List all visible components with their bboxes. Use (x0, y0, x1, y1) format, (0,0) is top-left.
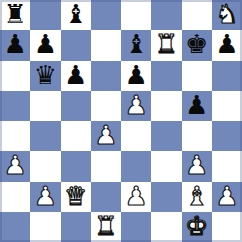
square-e6[interactable]: ♟ (121, 61, 151, 91)
square-e3[interactable] (121, 151, 151, 181)
square-a5[interactable] (0, 91, 30, 121)
square-c7[interactable] (61, 30, 91, 60)
piece-white-rook[interactable]: ♜ (94, 213, 117, 239)
square-g2[interactable]: ♝ (182, 182, 212, 212)
square-c2[interactable]: ♛ (61, 182, 91, 212)
piece-white-bishop[interactable]: ♝ (185, 183, 208, 209)
square-g5[interactable]: ♟ (182, 91, 212, 121)
square-g1[interactable]: ♚ (182, 212, 212, 242)
square-f2[interactable] (151, 182, 181, 212)
square-e8[interactable] (121, 0, 151, 30)
square-d6[interactable] (91, 61, 121, 91)
square-c3[interactable] (61, 151, 91, 181)
square-g3[interactable]: ♟ (182, 151, 212, 181)
piece-black-pawn[interactable]: ♟ (215, 31, 238, 57)
square-h2[interactable]: ♟ (212, 182, 242, 212)
square-f5[interactable] (151, 91, 181, 121)
square-f6[interactable] (151, 61, 181, 91)
square-h8[interactable]: ♞ (212, 0, 242, 30)
square-a1[interactable] (0, 212, 30, 242)
square-f1[interactable] (151, 212, 181, 242)
square-d8[interactable] (91, 0, 121, 30)
square-f3[interactable] (151, 151, 181, 181)
piece-black-king[interactable]: ♚ (185, 31, 208, 57)
square-a6[interactable] (0, 61, 30, 91)
square-d2[interactable] (91, 182, 121, 212)
square-d3[interactable] (91, 151, 121, 181)
square-b4[interactable] (30, 121, 60, 151)
square-b1[interactable] (30, 212, 60, 242)
square-e7[interactable]: ♝ (121, 30, 151, 60)
piece-white-king[interactable]: ♚ (185, 213, 208, 239)
square-b3[interactable] (30, 151, 60, 181)
square-h7[interactable]: ♟ (212, 30, 242, 60)
square-f4[interactable] (151, 121, 181, 151)
chess-board: ♜♝♞♟♟♝♜♚♟♛♟♟♟♟♟♟♟♟♛♟♝♟♜♚ (0, 0, 242, 242)
square-b5[interactable] (30, 91, 60, 121)
piece-black-pawn[interactable]: ♟ (64, 62, 87, 88)
square-e1[interactable] (121, 212, 151, 242)
square-f8[interactable] (151, 0, 181, 30)
square-d4[interactable]: ♟ (91, 121, 121, 151)
square-e4[interactable] (121, 121, 151, 151)
piece-white-rook[interactable]: ♜ (155, 31, 178, 57)
piece-black-rook[interactable]: ♜ (3, 1, 26, 27)
square-h4[interactable] (212, 121, 242, 151)
square-a3[interactable]: ♟ (0, 151, 30, 181)
square-c5[interactable] (61, 91, 91, 121)
piece-white-pawn[interactable]: ♟ (124, 92, 147, 118)
piece-white-pawn[interactable]: ♟ (185, 152, 208, 178)
square-b7[interactable]: ♟ (30, 30, 60, 60)
square-a2[interactable] (0, 182, 30, 212)
square-c1[interactable] (61, 212, 91, 242)
square-b2[interactable]: ♟ (30, 182, 60, 212)
square-h6[interactable] (212, 61, 242, 91)
square-d5[interactable] (91, 91, 121, 121)
piece-black-pawn[interactable]: ♟ (34, 31, 57, 57)
piece-white-pawn[interactable]: ♟ (215, 183, 238, 209)
piece-white-pawn[interactable]: ♟ (124, 183, 147, 209)
square-g6[interactable] (182, 61, 212, 91)
square-e2[interactable]: ♟ (121, 182, 151, 212)
square-g4[interactable] (182, 121, 212, 151)
square-d7[interactable] (91, 30, 121, 60)
square-g8[interactable] (182, 0, 212, 30)
piece-black-pawn[interactable]: ♟ (124, 62, 147, 88)
square-h5[interactable] (212, 91, 242, 121)
piece-white-queen[interactable]: ♛ (64, 183, 87, 209)
piece-white-pawn[interactable]: ♟ (34, 183, 57, 209)
square-a7[interactable]: ♟ (0, 30, 30, 60)
board-grid: ♜♝♞♟♟♝♜♚♟♛♟♟♟♟♟♟♟♟♛♟♝♟♜♚ (0, 0, 242, 242)
square-c4[interactable] (61, 121, 91, 151)
square-h1[interactable] (212, 212, 242, 242)
piece-black-pawn[interactable]: ♟ (3, 31, 26, 57)
square-b8[interactable] (30, 0, 60, 30)
piece-white-pawn[interactable]: ♟ (94, 122, 117, 148)
piece-black-queen[interactable]: ♛ (34, 62, 57, 88)
square-h3[interactable] (212, 151, 242, 181)
piece-black-bishop[interactable]: ♝ (124, 31, 147, 57)
square-c8[interactable]: ♝ (61, 0, 91, 30)
square-c6[interactable]: ♟ (61, 61, 91, 91)
piece-black-pawn[interactable]: ♟ (185, 92, 208, 118)
piece-white-pawn[interactable]: ♟ (3, 152, 26, 178)
square-a8[interactable]: ♜ (0, 0, 30, 30)
square-d1[interactable]: ♜ (91, 212, 121, 242)
square-a4[interactable] (0, 121, 30, 151)
piece-white-knight[interactable]: ♞ (215, 1, 238, 27)
piece-black-bishop[interactable]: ♝ (64, 1, 87, 27)
square-g7[interactable]: ♚ (182, 30, 212, 60)
square-f7[interactable]: ♜ (151, 30, 181, 60)
square-e5[interactable]: ♟ (121, 91, 151, 121)
square-b6[interactable]: ♛ (30, 61, 60, 91)
